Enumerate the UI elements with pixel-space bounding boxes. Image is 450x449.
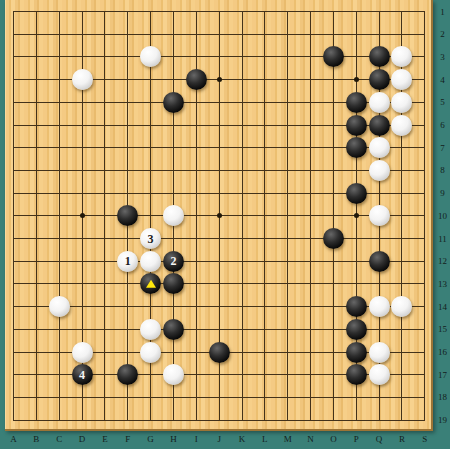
stone-white-Q16[interactable] [369,342,390,363]
row-label-6: 6 [440,120,445,130]
stone-black-H12[interactable]: 2 [163,251,184,272]
triangle-marker [146,280,156,288]
row-label-5: 5 [440,97,445,107]
column-label-D: D [79,434,86,444]
stone-black-H15[interactable] [163,319,184,340]
row-label-10: 10 [438,211,447,221]
row-label-3: 3 [440,52,445,62]
row-label-2: 2 [440,29,445,39]
row-label-9: 9 [440,188,445,198]
column-label-P: P [354,434,359,444]
stone-black-P9[interactable] [346,183,367,204]
stone-black-I4[interactable] [186,69,207,90]
column-label-R: R [399,434,405,444]
row-label-19: 19 [438,415,447,425]
stone-white-Q7[interactable] [369,137,390,158]
stone-white-R6[interactable] [391,115,412,136]
stone-white-Q17[interactable] [369,364,390,385]
stone-black-P7[interactable] [346,137,367,158]
row-label-17: 17 [438,370,447,380]
stone-white-C14[interactable] [49,296,70,317]
row-label-14: 14 [438,302,447,312]
row-label-18: 18 [438,392,447,402]
column-label-I: I [195,434,198,444]
column-label-A: A [10,434,17,444]
stone-white-Q14[interactable] [369,296,390,317]
row-label-7: 7 [440,143,445,153]
move-number: 1 [125,255,131,267]
stone-white-G16[interactable] [140,342,161,363]
stone-black-D17[interactable]: 4 [72,364,93,385]
stone-white-D4[interactable] [72,69,93,90]
column-label-M: M [284,434,292,444]
stone-black-P15[interactable] [346,319,367,340]
stone-white-Q8[interactable] [369,160,390,181]
stone-white-G11[interactable]: 3 [140,228,161,249]
move-number: 3 [148,233,154,245]
stone-black-P16[interactable] [346,342,367,363]
stone-white-Q5[interactable] [369,92,390,113]
row-label-15: 15 [438,324,447,334]
stone-black-H5[interactable] [163,92,184,113]
column-label-L: L [262,434,268,444]
stone-black-Q6[interactable] [369,115,390,136]
column-label-N: N [307,434,314,444]
column-label-H: H [170,434,177,444]
move-number: 4 [79,369,85,381]
column-label-J: J [217,434,221,444]
row-label-12: 12 [438,256,447,266]
stone-white-G12[interactable] [140,251,161,272]
move-number: 2 [170,255,176,267]
column-label-Q: Q [376,434,383,444]
column-label-E: E [102,434,108,444]
stone-black-P17[interactable] [346,364,367,385]
column-label-O: O [330,434,337,444]
go-board-app: ABCDEFGHIJKLMNOPQRS123456789101112131415… [0,0,450,449]
stone-black-O11[interactable] [323,228,344,249]
column-label-C: C [56,434,62,444]
stone-black-P5[interactable] [346,92,367,113]
column-label-K: K [239,434,246,444]
row-label-1: 1 [440,7,445,17]
stone-white-Q10[interactable] [369,205,390,226]
stone-black-J16[interactable] [209,342,230,363]
stone-white-D16[interactable] [72,342,93,363]
row-label-11: 11 [438,234,447,244]
row-label-13: 13 [438,279,447,289]
stone-black-P6[interactable] [346,115,367,136]
stone-black-Q4[interactable] [369,69,390,90]
stone-black-Q3[interactable] [369,46,390,67]
stone-black-Q12[interactable] [369,251,390,272]
row-label-16: 16 [438,347,447,357]
row-label-8: 8 [440,165,445,175]
stone-black-P14[interactable] [346,296,367,317]
row-label-4: 4 [440,75,445,85]
column-label-F: F [125,434,130,444]
stone-white-G15[interactable] [140,319,161,340]
column-label-B: B [33,434,39,444]
column-label-G: G [147,434,154,444]
column-label-S: S [422,434,427,444]
stone-white-H17[interactable] [163,364,184,385]
stone-white-F12[interactable]: 1 [117,251,138,272]
